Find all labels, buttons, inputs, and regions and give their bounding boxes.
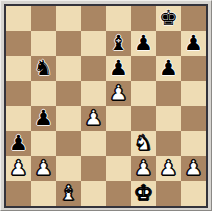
square-d8[interactable] <box>81 6 106 31</box>
square-h2[interactable]: ♟ <box>181 156 206 181</box>
square-e8[interactable] <box>106 6 131 31</box>
board-border: ♚♝♟♟♞♟♟♟♟♟♟♞♟♟♟♟♟♝♚ <box>4 4 208 208</box>
square-c8[interactable] <box>56 6 81 31</box>
square-g6[interactable]: ♟ <box>156 56 181 81</box>
square-f1[interactable]: ♚ <box>131 181 156 206</box>
piece-black-pawn: ♟ <box>34 106 53 131</box>
square-g5[interactable] <box>156 81 181 106</box>
square-f8[interactable] <box>131 6 156 31</box>
square-e5[interactable]: ♟ <box>106 81 131 106</box>
square-g2[interactable]: ♟ <box>156 156 181 181</box>
square-b7[interactable] <box>31 31 56 56</box>
square-a7[interactable] <box>6 31 31 56</box>
square-c5[interactable] <box>56 81 81 106</box>
piece-black-bishop: ♝ <box>109 31 128 56</box>
square-c1[interactable]: ♝ <box>56 181 81 206</box>
square-g4[interactable] <box>156 106 181 131</box>
square-f3[interactable]: ♞ <box>131 131 156 156</box>
square-a5[interactable] <box>6 81 31 106</box>
square-c6[interactable] <box>56 56 81 81</box>
square-d4[interactable]: ♟ <box>81 106 106 131</box>
square-e3[interactable] <box>106 131 131 156</box>
square-d2[interactable] <box>81 156 106 181</box>
diagram-frame: ♚♝♟♟♞♟♟♟♟♟♟♞♟♟♟♟♟♝♚ <box>0 0 212 211</box>
piece-white-pawn: ♟ <box>134 156 153 181</box>
square-a2[interactable]: ♟ <box>6 156 31 181</box>
square-b8[interactable] <box>31 6 56 31</box>
piece-white-bishop: ♝ <box>59 181 78 206</box>
square-g1[interactable] <box>156 181 181 206</box>
square-b2[interactable]: ♟ <box>31 156 56 181</box>
piece-white-pawn: ♟ <box>159 156 178 181</box>
square-g3[interactable] <box>156 131 181 156</box>
piece-black-pawn: ♟ <box>159 56 178 81</box>
square-b6[interactable]: ♞ <box>31 56 56 81</box>
square-d3[interactable] <box>81 131 106 156</box>
square-g8[interactable]: ♚ <box>156 6 181 31</box>
square-a1[interactable] <box>6 181 31 206</box>
square-a6[interactable] <box>6 56 31 81</box>
piece-white-pawn: ♟ <box>84 106 103 131</box>
square-c3[interactable] <box>56 131 81 156</box>
square-h8[interactable] <box>181 6 206 31</box>
piece-black-pawn: ♟ <box>109 56 128 81</box>
square-f7[interactable]: ♟ <box>131 31 156 56</box>
square-d5[interactable] <box>81 81 106 106</box>
square-e2[interactable] <box>106 156 131 181</box>
square-e7[interactable]: ♝ <box>106 31 131 56</box>
square-c7[interactable] <box>56 31 81 56</box>
square-h4[interactable] <box>181 106 206 131</box>
square-h3[interactable] <box>181 131 206 156</box>
piece-black-pawn: ♟ <box>9 131 28 156</box>
piece-white-pawn: ♟ <box>34 156 53 181</box>
square-d1[interactable] <box>81 181 106 206</box>
square-h6[interactable] <box>181 56 206 81</box>
square-e6[interactable]: ♟ <box>106 56 131 81</box>
square-f2[interactable]: ♟ <box>131 156 156 181</box>
piece-white-knight: ♞ <box>134 131 153 156</box>
chess-board: ♚♝♟♟♞♟♟♟♟♟♟♞♟♟♟♟♟♝♚ <box>6 6 206 206</box>
square-c4[interactable] <box>56 106 81 131</box>
square-e1[interactable] <box>106 181 131 206</box>
piece-black-pawn: ♟ <box>184 31 203 56</box>
square-d6[interactable] <box>81 56 106 81</box>
piece-white-pawn: ♟ <box>9 156 28 181</box>
square-h5[interactable] <box>181 81 206 106</box>
square-g7[interactable] <box>156 31 181 56</box>
piece-white-king: ♚ <box>134 181 153 206</box>
square-f4[interactable] <box>131 106 156 131</box>
square-b4[interactable]: ♟ <box>31 106 56 131</box>
square-a3[interactable]: ♟ <box>6 131 31 156</box>
piece-black-king: ♚ <box>159 6 178 31</box>
square-b1[interactable] <box>31 181 56 206</box>
square-b5[interactable] <box>31 81 56 106</box>
piece-black-knight: ♞ <box>34 56 53 81</box>
square-a4[interactable] <box>6 106 31 131</box>
piece-white-pawn: ♟ <box>109 81 128 106</box>
square-c2[interactable] <box>56 156 81 181</box>
square-a8[interactable] <box>6 6 31 31</box>
piece-white-pawn: ♟ <box>184 156 203 181</box>
square-e4[interactable] <box>106 106 131 131</box>
square-d7[interactable] <box>81 31 106 56</box>
square-h1[interactable] <box>181 181 206 206</box>
square-b3[interactable] <box>31 131 56 156</box>
square-f5[interactable] <box>131 81 156 106</box>
square-f6[interactable] <box>131 56 156 81</box>
piece-black-pawn: ♟ <box>134 31 153 56</box>
square-h7[interactable]: ♟ <box>181 31 206 56</box>
